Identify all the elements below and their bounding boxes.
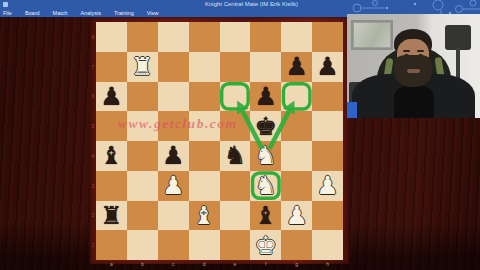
square-b8[interactable] [127, 22, 158, 52]
black-knight-e4[interactable]: ♞ [220, 141, 251, 171]
lamp-shade [445, 25, 471, 50]
square-c6[interactable] [158, 82, 189, 112]
white-knight-f3[interactable]: ♞ [250, 171, 281, 201]
square-h4[interactable] [312, 141, 343, 171]
black-pawn-g7[interactable]: ♟ [281, 52, 312, 82]
square-g4[interactable] [281, 141, 312, 171]
rank-label-3: 3 [90, 183, 96, 189]
black-pawn-a6[interactable]: ♟ [96, 82, 127, 112]
square-h7[interactable]: ♟ [312, 52, 343, 82]
square-d3[interactable] [189, 171, 220, 201]
square-c1[interactable] [158, 230, 189, 260]
square-b6[interactable] [127, 82, 158, 112]
menu-item-board[interactable]: Board [25, 9, 40, 17]
black-pawn-f6[interactable]: ♟ [250, 82, 281, 112]
rank-label-1: 1 [90, 242, 96, 248]
blue-screen-corner [347, 102, 357, 118]
watermark-text: www.getclub.com [118, 116, 330, 132]
square-b1[interactable] [127, 230, 158, 260]
square-d1[interactable] [189, 230, 220, 260]
square-f1[interactable]: ♚ [250, 230, 281, 260]
square-e1[interactable] [220, 230, 251, 260]
menu-item-training[interactable]: Training [114, 9, 134, 17]
presenter-tshirt [394, 86, 434, 118]
square-e3[interactable] [220, 171, 251, 201]
square-b7[interactable]: ♜ [127, 52, 158, 82]
square-h6[interactable] [312, 82, 343, 112]
square-g2[interactable]: ♟ [281, 201, 312, 231]
wall-picture [351, 20, 393, 50]
square-g1[interactable] [281, 230, 312, 260]
square-a1[interactable] [96, 230, 127, 260]
chessboard: ♜♟♟♟♟♚♝♟♞♞♟♞♟♜♝♝♟♚ [96, 22, 343, 260]
square-f2[interactable]: ♝ [250, 201, 281, 231]
square-d6[interactable] [189, 82, 220, 112]
square-a3[interactable] [96, 171, 127, 201]
square-c4[interactable]: ♟ [158, 141, 189, 171]
square-a2[interactable]: ♜ [96, 201, 127, 231]
rank-label-7: 7 [90, 64, 96, 70]
black-bishop-f2[interactable]: ♝ [250, 201, 281, 231]
square-f3[interactable]: ♞ [250, 171, 281, 201]
black-bishop-a4[interactable]: ♝ [96, 141, 127, 171]
square-f6[interactable]: ♟ [250, 82, 281, 112]
square-g7[interactable]: ♟ [281, 52, 312, 82]
square-h2[interactable] [312, 201, 343, 231]
square-g8[interactable] [281, 22, 312, 52]
app-icon [3, 2, 8, 7]
square-d4[interactable] [189, 141, 220, 171]
square-g6[interactable] [281, 82, 312, 112]
presenter-mouth [407, 69, 420, 73]
square-e8[interactable] [220, 22, 251, 52]
black-king-f5[interactable]: ♚ [250, 111, 281, 141]
menu-item-file[interactable]: File [3, 9, 12, 17]
square-c3[interactable]: ♟ [158, 171, 189, 201]
square-g3[interactable] [281, 171, 312, 201]
black-pawn-c4[interactable]: ♟ [158, 141, 189, 171]
video-frame: Knight Central Mate (IM Erik Kislik) Fil… [0, 0, 480, 270]
white-pawn-c3[interactable]: ♟ [158, 171, 189, 201]
square-a7[interactable] [96, 52, 127, 82]
square-d8[interactable] [189, 22, 220, 52]
file-label-a: a [106, 261, 116, 267]
presenter-eyebrow [403, 50, 410, 52]
square-h1[interactable] [312, 230, 343, 260]
square-e7[interactable] [220, 52, 251, 82]
square-c8[interactable] [158, 22, 189, 52]
square-a4[interactable]: ♝ [96, 141, 127, 171]
square-b4[interactable] [127, 141, 158, 171]
square-c2[interactable] [158, 201, 189, 231]
square-e4[interactable]: ♞ [220, 141, 251, 171]
square-b3[interactable] [127, 171, 158, 201]
square-b2[interactable] [127, 201, 158, 231]
square-f7[interactable] [250, 52, 281, 82]
white-pawn-g2[interactable]: ♟ [281, 201, 312, 231]
square-e2[interactable] [220, 201, 251, 231]
white-knight-f4[interactable]: ♞ [250, 141, 281, 171]
square-a6[interactable]: ♟ [96, 82, 127, 112]
square-c7[interactable] [158, 52, 189, 82]
file-label-e: e [230, 261, 240, 267]
white-king-f1[interactable]: ♚ [250, 230, 281, 260]
square-d7[interactable] [189, 52, 220, 82]
menu-item-analysis[interactable]: Analysis [81, 9, 101, 17]
white-rook-b7[interactable]: ♜ [127, 52, 158, 82]
presenter-eyebrow [417, 50, 424, 52]
chessboard-frame: ♜♟♟♟♟♚♝♟♞♞♟♞♟♜♝♝♟♚ www.getclub.com 87654… [90, 17, 349, 264]
black-pawn-h7[interactable]: ♟ [312, 52, 343, 82]
square-e6[interactable] [220, 82, 251, 112]
file-label-h: h [323, 261, 333, 267]
square-d2[interactable]: ♝ [189, 201, 220, 231]
black-rook-a2[interactable]: ♜ [96, 201, 127, 231]
square-a8[interactable] [96, 22, 127, 52]
file-label-d: d [199, 261, 209, 267]
rank-label-5: 5 [90, 123, 96, 129]
menu-item-view[interactable]: View [147, 9, 159, 17]
square-h8[interactable] [312, 22, 343, 52]
square-f4[interactable]: ♞ [250, 141, 281, 171]
square-h3[interactable]: ♟ [312, 171, 343, 201]
menu-item-match[interactable]: Match [53, 9, 68, 17]
white-bishop-d2[interactable]: ♝ [189, 201, 220, 231]
file-label-f: f [261, 261, 271, 267]
file-label-c: c [168, 261, 178, 267]
menu-bar: File Board Match Analysis Training View [0, 9, 343, 17]
window-title: Knight Central Mate (IM Erik Kislik) [205, 1, 298, 8]
file-label-b: b [137, 261, 147, 267]
square-f5[interactable]: ♚ [250, 111, 281, 141]
white-pawn-h3[interactable]: ♟ [312, 171, 343, 201]
rank-label-8: 8 [90, 34, 96, 40]
file-label-g: g [292, 261, 302, 267]
square-f8[interactable] [250, 22, 281, 52]
webcam-feed [347, 14, 480, 118]
